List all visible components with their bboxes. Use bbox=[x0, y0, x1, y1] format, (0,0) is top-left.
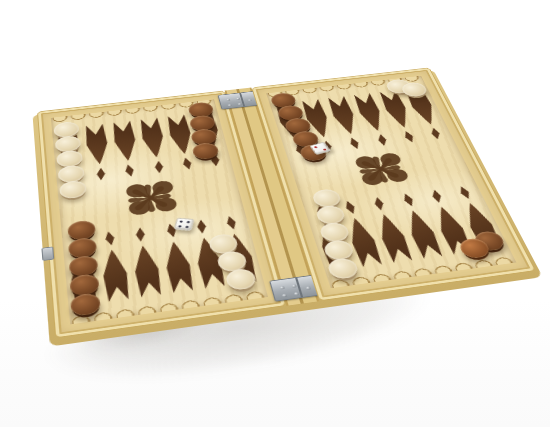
die-pip bbox=[178, 225, 182, 227]
hinge-screw bbox=[305, 286, 310, 290]
point-flame-tip bbox=[429, 189, 445, 203]
point-flame-tip bbox=[342, 200, 359, 215]
point-flame-tip bbox=[401, 130, 417, 143]
latch-clasp-icon bbox=[41, 246, 54, 260]
die-pip bbox=[180, 221, 184, 223]
point-body bbox=[137, 117, 168, 159]
point-body bbox=[129, 244, 165, 298]
medallion-overlay-glyph: ❋ bbox=[123, 178, 177, 220]
point-flame-tip bbox=[123, 164, 137, 178]
left-playing-field: ✤ ❋ bbox=[51, 99, 268, 324]
point-body bbox=[82, 123, 112, 165]
point-flame-tip bbox=[375, 134, 389, 146]
point-body bbox=[160, 240, 197, 294]
hinge-screw bbox=[282, 293, 287, 297]
point-flame-tip bbox=[456, 185, 474, 199]
point bbox=[82, 120, 114, 182]
point-body bbox=[110, 120, 141, 162]
point-flame-tip bbox=[135, 227, 147, 242]
hinge-screw bbox=[236, 97, 240, 100]
point-flame-tip bbox=[195, 219, 208, 234]
point-flame-tip bbox=[223, 215, 239, 230]
point-flame-tip bbox=[428, 127, 443, 139]
hinge-screw bbox=[238, 103, 242, 106]
die-pip bbox=[186, 221, 190, 223]
hinge-screw bbox=[227, 104, 231, 107]
die-showing-4[interactable] bbox=[174, 218, 194, 231]
point-flame-tip bbox=[96, 167, 107, 180]
die-pip bbox=[185, 226, 189, 228]
die-pip bbox=[314, 146, 318, 148]
point-flame-tip bbox=[372, 197, 387, 211]
point-flame-tip bbox=[347, 137, 363, 150]
point-flame-tip bbox=[399, 193, 417, 208]
hinge-screw bbox=[294, 292, 299, 296]
hinge-screw bbox=[247, 99, 251, 102]
die-pip bbox=[323, 148, 327, 150]
hinge-screw bbox=[226, 98, 230, 101]
point-flame-tip bbox=[180, 157, 195, 171]
point-body bbox=[98, 248, 132, 303]
point-flame-tip bbox=[153, 161, 165, 174]
point-flame-tip bbox=[103, 231, 118, 247]
hinge-screw bbox=[279, 286, 284, 290]
medallion-overlay-glyph: ❋ bbox=[351, 151, 410, 191]
photo-background: ✤ ❋ ✤ ❋ bbox=[0, 0, 550, 427]
hinge-screw bbox=[292, 284, 297, 288]
